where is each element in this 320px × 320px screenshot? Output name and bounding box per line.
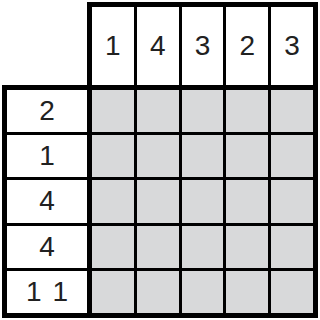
cell-r1c2[interactable] bbox=[137, 90, 179, 132]
cell-r4c3[interactable] bbox=[182, 226, 224, 268]
column-clue-3: 3 bbox=[182, 7, 224, 85]
puzzle-grid bbox=[87, 85, 318, 318]
cell-r2c5[interactable] bbox=[271, 135, 313, 177]
cell-r5c5[interactable] bbox=[271, 271, 313, 313]
nonogram-board: 14323 21441 1 bbox=[0, 0, 320, 320]
cell-r5c3[interactable] bbox=[182, 271, 224, 313]
cell-r1c1[interactable] bbox=[92, 90, 134, 132]
cell-r1c4[interactable] bbox=[226, 90, 268, 132]
column-clue-1: 1 bbox=[92, 7, 134, 85]
cell-r4c5[interactable] bbox=[271, 226, 313, 268]
cell-r3c1[interactable] bbox=[92, 180, 134, 222]
cell-r4c2[interactable] bbox=[137, 226, 179, 268]
row-clue-3: 4 bbox=[7, 180, 87, 222]
column-clue-5: 3 bbox=[271, 7, 313, 85]
cell-r5c4[interactable] bbox=[226, 271, 268, 313]
column-clues: 14323 bbox=[87, 2, 318, 90]
cell-r5c1[interactable] bbox=[92, 271, 134, 313]
cell-r4c1[interactable] bbox=[92, 226, 134, 268]
cell-r2c4[interactable] bbox=[226, 135, 268, 177]
cell-r1c5[interactable] bbox=[271, 90, 313, 132]
column-clue-4: 2 bbox=[226, 7, 268, 85]
cell-r3c3[interactable] bbox=[182, 180, 224, 222]
cell-r4c4[interactable] bbox=[226, 226, 268, 268]
row-clue-5: 1 1 bbox=[7, 271, 87, 313]
cell-r2c2[interactable] bbox=[137, 135, 179, 177]
cell-r2c3[interactable] bbox=[182, 135, 224, 177]
cell-r1c3[interactable] bbox=[182, 90, 224, 132]
row-clue-4: 4 bbox=[7, 226, 87, 268]
row-clue-1: 2 bbox=[7, 90, 87, 132]
cell-r3c5[interactable] bbox=[271, 180, 313, 222]
cell-r2c1[interactable] bbox=[92, 135, 134, 177]
column-clue-2: 4 bbox=[137, 7, 179, 85]
row-clues: 21441 1 bbox=[2, 85, 92, 318]
row-clue-2: 1 bbox=[7, 135, 87, 177]
cell-r3c2[interactable] bbox=[137, 180, 179, 222]
cell-r3c4[interactable] bbox=[226, 180, 268, 222]
cell-r5c2[interactable] bbox=[137, 271, 179, 313]
